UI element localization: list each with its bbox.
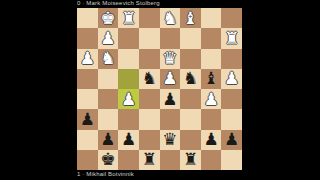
square-b8[interactable] xyxy=(201,150,222,170)
square-c8[interactable]: ♜ xyxy=(180,150,201,170)
black-queen: ♛ xyxy=(162,131,177,148)
square-h3[interactable]: ♟ xyxy=(77,49,98,69)
square-h2[interactable] xyxy=(77,28,98,48)
square-e1[interactable] xyxy=(139,8,160,28)
square-f5[interactable]: ♟ xyxy=(118,89,139,109)
black-pawn: ♟ xyxy=(100,131,115,148)
score-separator: · xyxy=(82,170,84,177)
white-pawn: ♟ xyxy=(80,50,95,67)
square-a1[interactable] xyxy=(221,8,242,28)
top-player-name: Mark Moiseevich Stolberg xyxy=(86,0,159,6)
bottom-player-name: Mikhail Botvinnik xyxy=(86,170,134,177)
square-g6[interactable] xyxy=(98,109,119,129)
square-g3[interactable]: ♞ xyxy=(98,49,119,69)
square-g2[interactable]: ♟ xyxy=(98,28,119,48)
square-a2[interactable]: ♜ xyxy=(221,28,242,48)
black-knight: ♞ xyxy=(142,70,157,87)
white-knight: ♞ xyxy=(162,10,177,27)
white-queen: ♛ xyxy=(162,50,177,67)
square-e5[interactable] xyxy=(139,89,160,109)
square-e8[interactable]: ♜ xyxy=(139,150,160,170)
square-h4[interactable] xyxy=(77,69,98,89)
square-g5[interactable] xyxy=(98,89,119,109)
square-a8[interactable] xyxy=(221,150,242,170)
square-c7[interactable] xyxy=(180,130,201,150)
bottom-player-score: 1 xyxy=(77,170,81,177)
white-rook: ♜ xyxy=(224,30,239,47)
square-d4[interactable]: ♟ xyxy=(160,69,181,89)
black-pawn: ♟ xyxy=(80,111,95,128)
square-h7[interactable] xyxy=(77,130,98,150)
square-e6[interactable] xyxy=(139,109,160,129)
white-knight: ♞ xyxy=(100,50,115,67)
white-bishop: ♝ xyxy=(183,10,198,27)
square-f7[interactable]: ♟ xyxy=(118,130,139,150)
square-c5[interactable] xyxy=(180,89,201,109)
square-a6[interactable] xyxy=(221,109,242,129)
square-c6[interactable] xyxy=(180,109,201,129)
square-c2[interactable] xyxy=(180,28,201,48)
video-frame: 0·Mark Moiseevich Stolberg ♚♜♞♝♟♜♟♞♛♞♟♞♝… xyxy=(0,0,320,180)
square-a7[interactable]: ♟ xyxy=(221,130,242,150)
white-pawn: ♟ xyxy=(162,70,177,87)
square-h1[interactable] xyxy=(77,8,98,28)
square-c1[interactable]: ♝ xyxy=(180,8,201,28)
black-rook: ♜ xyxy=(183,151,198,168)
white-king: ♚ xyxy=(100,10,115,27)
white-rook: ♜ xyxy=(121,10,136,27)
square-d1[interactable]: ♞ xyxy=(160,8,181,28)
square-d7[interactable]: ♛ xyxy=(160,130,181,150)
square-b3[interactable] xyxy=(201,49,222,69)
square-g1[interactable]: ♚ xyxy=(98,8,119,28)
black-pawn: ♟ xyxy=(224,131,239,148)
square-e7[interactable] xyxy=(139,130,160,150)
square-d3[interactable]: ♛ xyxy=(160,49,181,69)
black-king: ♚ xyxy=(100,151,115,168)
black-pawn: ♟ xyxy=(162,91,177,108)
top-player-bar: 0·Mark Moiseevich Stolberg xyxy=(77,0,160,6)
black-bishop: ♝ xyxy=(203,70,218,87)
square-d6[interactable] xyxy=(160,109,181,129)
white-pawn: ♟ xyxy=(203,91,218,108)
square-g4[interactable] xyxy=(98,69,119,89)
square-d2[interactable] xyxy=(160,28,181,48)
square-f6[interactable] xyxy=(118,109,139,129)
bottom-player-bar: 1·Mikhail Botvinnik xyxy=(77,171,134,177)
square-a4[interactable]: ♟ xyxy=(221,69,242,89)
white-pawn: ♟ xyxy=(224,70,239,87)
square-b5[interactable]: ♟ xyxy=(201,89,222,109)
square-b4[interactable]: ♝ xyxy=(201,69,222,89)
square-a3[interactable] xyxy=(221,49,242,69)
top-player-score: 0 xyxy=(77,0,81,6)
square-f1[interactable]: ♜ xyxy=(118,8,139,28)
square-f2[interactable] xyxy=(118,28,139,48)
white-pawn: ♟ xyxy=(100,30,115,47)
square-g7[interactable]: ♟ xyxy=(98,130,119,150)
square-c3[interactable] xyxy=(180,49,201,69)
black-rook: ♜ xyxy=(142,151,157,168)
square-e3[interactable] xyxy=(139,49,160,69)
black-pawn: ♟ xyxy=(203,131,218,148)
square-c4[interactable]: ♞ xyxy=(180,69,201,89)
square-b1[interactable] xyxy=(201,8,222,28)
square-e2[interactable] xyxy=(139,28,160,48)
square-e4[interactable]: ♞ xyxy=(139,69,160,89)
square-d8[interactable] xyxy=(160,150,181,170)
square-h6[interactable]: ♟ xyxy=(77,109,98,129)
square-b7[interactable]: ♟ xyxy=(201,130,222,150)
letterbox-right xyxy=(242,0,320,180)
black-pawn: ♟ xyxy=(121,131,136,148)
square-f8[interactable] xyxy=(118,150,139,170)
white-pawn: ♟ xyxy=(121,91,136,108)
square-a5[interactable] xyxy=(221,89,242,109)
square-f4[interactable] xyxy=(118,69,139,89)
square-g8[interactable]: ♚ xyxy=(98,150,119,170)
square-f3[interactable] xyxy=(118,49,139,69)
square-b2[interactable] xyxy=(201,28,222,48)
letterbox-left xyxy=(0,0,77,180)
square-h8[interactable] xyxy=(77,150,98,170)
black-knight: ♞ xyxy=(183,70,198,87)
score-separator: · xyxy=(82,0,84,6)
square-d5[interactable]: ♟ xyxy=(160,89,181,109)
square-h5[interactable] xyxy=(77,89,98,109)
chess-board: ♚♜♞♝♟♜♟♞♛♞♟♞♝♟♟♟♟♟♟♟♛♟♟♚♜♜ xyxy=(77,8,242,170)
square-b6[interactable] xyxy=(201,109,222,129)
